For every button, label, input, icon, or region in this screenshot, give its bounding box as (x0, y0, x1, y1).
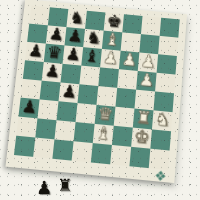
black-pawn: ♟ (59, 79, 80, 103)
white-pawn: ♟ (119, 48, 140, 71)
black-pawn: ♟ (18, 95, 39, 119)
square-b3 (37, 99, 58, 120)
square-h8 (160, 18, 180, 38)
square-a1 (14, 136, 35, 157)
square-g8 (141, 16, 161, 36)
square-f8 (122, 14, 142, 34)
square-e1 (91, 143, 112, 164)
square-d4 (77, 84, 98, 105)
square-e2: ♝ (93, 124, 114, 145)
square-e5 (98, 67, 119, 87)
black-bishop: ♝ (81, 44, 102, 67)
square-d5 (79, 66, 100, 86)
white-pawn: ♟ (136, 68, 157, 91)
square-f6: ♟ (119, 51, 139, 71)
square-c4: ♟ (59, 82, 80, 103)
square-a3: ♟ (18, 98, 39, 119)
square-h6 (157, 54, 177, 74)
square-g2: ♚ (131, 128, 152, 149)
square-d2 (74, 122, 95, 143)
square-f4 (115, 88, 136, 109)
square-f3 (114, 107, 135, 128)
square-c6: ♟ (63, 45, 84, 65)
square-h3: ♞ (152, 110, 173, 131)
square-f1 (110, 145, 131, 166)
square-d3 (76, 103, 97, 124)
square-b4 (40, 81, 61, 102)
board-grid: ♞♚♟♟♞♝♟♛♟♝♟♟♟♟♟♟♟♛♜♞♝♚ (14, 6, 180, 170)
square-a6: ♟ (25, 42, 46, 62)
square-d6: ♝ (81, 47, 102, 67)
square-a8 (29, 6, 50, 26)
square-a2 (16, 117, 37, 138)
square-h7 (158, 36, 178, 56)
black-pawn: ♟ (63, 42, 84, 65)
square-f5 (117, 69, 138, 89)
black-pawn: ♟ (25, 39, 46, 62)
square-f2 (112, 126, 133, 147)
white-knight: ♞ (152, 107, 173, 131)
square-c2 (54, 120, 75, 141)
captured-black-rook: ♜ (57, 175, 72, 195)
square-e6: ♟ (100, 49, 121, 69)
square-c1 (52, 139, 73, 160)
square-g5: ♟ (136, 71, 156, 91)
square-b1 (33, 138, 54, 159)
square-h1 (149, 149, 170, 170)
square-d1 (72, 141, 93, 162)
square-h2 (150, 129, 171, 150)
square-a5 (23, 60, 44, 80)
board-logo-icon: ❖ (154, 169, 167, 185)
white-bishop: ♝ (93, 121, 114, 145)
chess-board: ♞♚♟♟♞♝♟♛♟♝♟♟♟♟♟♟♟♛♜♞♝♚ ❖ (5, 0, 187, 183)
square-g1 (129, 147, 150, 168)
square-h5 (155, 73, 175, 94)
captured-black-pawn: ♟ (36, 177, 52, 198)
white-king: ♚ (131, 125, 152, 149)
square-c3 (56, 101, 77, 122)
white-pawn: ♟ (100, 46, 121, 69)
square-b2 (35, 118, 56, 139)
black-pawn: ♟ (42, 59, 63, 82)
square-b5: ♟ (42, 62, 63, 82)
